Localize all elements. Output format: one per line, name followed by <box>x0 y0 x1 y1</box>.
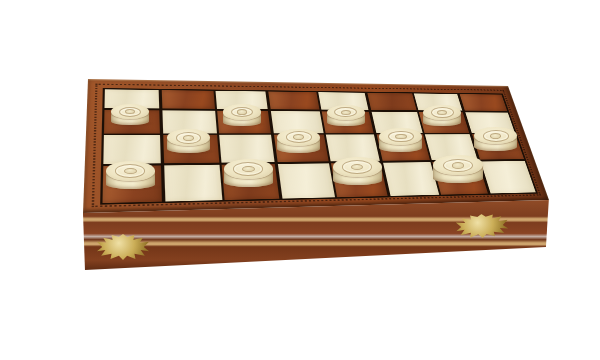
square-r4c8-light <box>481 161 536 193</box>
piece-top-rings <box>333 157 382 177</box>
piece-top-rings <box>277 129 320 146</box>
square-r1c8-dark <box>460 94 508 111</box>
square-r1c4-dark <box>268 92 319 110</box>
checker-piece <box>277 129 320 153</box>
piece-top-rings <box>327 105 365 120</box>
piece-top-rings <box>223 104 261 119</box>
checker-piece <box>423 105 461 126</box>
checker-piece <box>379 128 422 152</box>
checker-piece <box>223 104 261 125</box>
square-r4c2-light <box>164 164 222 201</box>
square-r1c2-dark <box>161 90 214 109</box>
checker-piece <box>333 157 382 184</box>
piece-top-rings <box>224 159 273 179</box>
checker-piece <box>167 129 210 153</box>
square-r3c1-light <box>103 135 161 164</box>
square-r4c4-light <box>278 163 335 198</box>
checker-piece <box>111 104 149 125</box>
product-photo-scene <box>0 0 600 360</box>
checker-piece <box>327 105 365 126</box>
piece-top-rings <box>433 155 482 175</box>
square-r1c6-dark <box>367 93 416 110</box>
checker-piece <box>224 159 273 186</box>
piece-top-rings <box>106 161 155 181</box>
checker-piece <box>106 161 155 188</box>
checker-piece <box>474 127 517 151</box>
square-r4c6-light <box>383 162 439 196</box>
checker-piece <box>433 155 482 182</box>
